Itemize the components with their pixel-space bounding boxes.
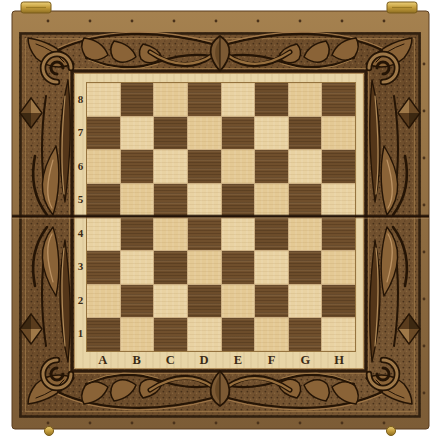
square-g8[interactable] bbox=[289, 83, 322, 116]
square-c1[interactable] bbox=[154, 318, 187, 351]
square-g7[interactable] bbox=[289, 117, 322, 150]
square-a3[interactable] bbox=[87, 251, 120, 284]
square-a7[interactable] bbox=[87, 117, 120, 150]
square-b3[interactable] bbox=[121, 251, 154, 284]
square-c3[interactable] bbox=[154, 251, 187, 284]
hinge-icon bbox=[387, 2, 417, 13]
file-label-d: D bbox=[187, 352, 221, 369]
square-f3[interactable] bbox=[255, 251, 288, 284]
square-h2[interactable] bbox=[322, 285, 355, 318]
square-d1[interactable] bbox=[188, 318, 221, 351]
square-c8[interactable] bbox=[154, 83, 187, 116]
rank-label-2: 2 bbox=[75, 283, 86, 317]
clasp-foot-icon bbox=[45, 427, 54, 436]
square-a8[interactable] bbox=[87, 83, 120, 116]
square-g1[interactable] bbox=[289, 318, 322, 351]
square-b7[interactable] bbox=[121, 117, 154, 150]
square-e4[interactable] bbox=[222, 218, 255, 251]
rank-label-5: 5 bbox=[75, 183, 86, 217]
square-d4[interactable] bbox=[188, 218, 221, 251]
square-d8[interactable] bbox=[188, 83, 221, 116]
square-e7[interactable] bbox=[222, 117, 255, 150]
square-h5[interactable] bbox=[322, 184, 355, 217]
square-g3[interactable] bbox=[289, 251, 322, 284]
fold-seam bbox=[12, 214, 429, 219]
square-e2[interactable] bbox=[222, 285, 255, 318]
square-b8[interactable] bbox=[121, 83, 154, 116]
square-g2[interactable] bbox=[289, 285, 322, 318]
square-c7[interactable] bbox=[154, 117, 187, 150]
rank-label-8: 8 bbox=[75, 82, 86, 116]
chess-board: 87654321 ABCDEFGH bbox=[74, 73, 364, 369]
square-f2[interactable] bbox=[255, 285, 288, 318]
photo-background: 87654321 ABCDEFGH bbox=[0, 0, 440, 440]
square-b6[interactable] bbox=[121, 150, 154, 183]
square-g4[interactable] bbox=[289, 218, 322, 251]
square-e8[interactable] bbox=[222, 83, 255, 116]
square-b1[interactable] bbox=[121, 318, 154, 351]
square-a6[interactable] bbox=[87, 150, 120, 183]
hinge-icon bbox=[21, 2, 51, 13]
square-d3[interactable] bbox=[188, 251, 221, 284]
rank-label-6: 6 bbox=[75, 149, 86, 183]
square-a4[interactable] bbox=[87, 218, 120, 251]
square-c5[interactable] bbox=[154, 184, 187, 217]
square-f8[interactable] bbox=[255, 83, 288, 116]
square-h3[interactable] bbox=[322, 251, 355, 284]
file-labels: ABCDEFGH bbox=[86, 352, 356, 369]
square-f6[interactable] bbox=[255, 150, 288, 183]
rank-label-3: 3 bbox=[75, 250, 86, 284]
square-e1[interactable] bbox=[222, 318, 255, 351]
square-e5[interactable] bbox=[222, 184, 255, 217]
clasp-foot-icon bbox=[387, 427, 396, 436]
square-a1[interactable] bbox=[87, 318, 120, 351]
square-h6[interactable] bbox=[322, 150, 355, 183]
square-g6[interactable] bbox=[289, 150, 322, 183]
square-c6[interactable] bbox=[154, 150, 187, 183]
square-a5[interactable] bbox=[87, 184, 120, 217]
square-h4[interactable] bbox=[322, 218, 355, 251]
file-label-a: A bbox=[86, 352, 120, 369]
square-c4[interactable] bbox=[154, 218, 187, 251]
rank-label-1: 1 bbox=[75, 317, 86, 351]
square-b2[interactable] bbox=[121, 285, 154, 318]
square-d6[interactable] bbox=[188, 150, 221, 183]
file-label-e: E bbox=[221, 352, 255, 369]
square-h8[interactable] bbox=[322, 83, 355, 116]
square-e3[interactable] bbox=[222, 251, 255, 284]
square-h7[interactable] bbox=[322, 117, 355, 150]
rank-label-4: 4 bbox=[75, 216, 86, 250]
square-a2[interactable] bbox=[87, 285, 120, 318]
square-f5[interactable] bbox=[255, 184, 288, 217]
file-label-f: F bbox=[255, 352, 289, 369]
rank-label-7: 7 bbox=[75, 116, 86, 150]
square-c2[interactable] bbox=[154, 285, 187, 318]
square-d5[interactable] bbox=[188, 184, 221, 217]
square-f4[interactable] bbox=[255, 218, 288, 251]
file-label-c: C bbox=[154, 352, 188, 369]
square-d7[interactable] bbox=[188, 117, 221, 150]
square-d2[interactable] bbox=[188, 285, 221, 318]
square-f1[interactable] bbox=[255, 318, 288, 351]
square-g5[interactable] bbox=[289, 184, 322, 217]
square-b5[interactable] bbox=[121, 184, 154, 217]
file-label-g: G bbox=[289, 352, 323, 369]
file-label-b: B bbox=[120, 352, 154, 369]
square-h1[interactable] bbox=[322, 318, 355, 351]
square-e6[interactable] bbox=[222, 150, 255, 183]
file-label-h: H bbox=[322, 352, 356, 369]
square-f7[interactable] bbox=[255, 117, 288, 150]
square-b4[interactable] bbox=[121, 218, 154, 251]
